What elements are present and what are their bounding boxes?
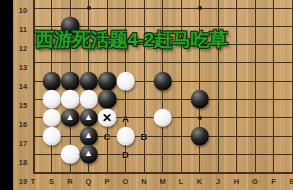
grid-line-v — [125, 90, 126, 108]
black-stone: ▲ — [61, 109, 80, 128]
grid-line-v — [292, 109, 293, 127]
board-cell[interactable] — [227, 145, 246, 163]
black-stone: ▲ — [79, 127, 98, 146]
black-stone — [153, 72, 172, 91]
column-label: M — [156, 177, 170, 186]
board-cell[interactable] — [135, 109, 154, 127]
board-cell[interactable] — [153, 145, 172, 163]
board-cell[interactable] — [227, 0, 246, 17]
puzzle-title: 西游死活题4-2赶马吃草 — [35, 27, 227, 53]
board-cell[interactable] — [116, 127, 135, 145]
board-cell[interactable] — [135, 0, 154, 17]
grid-line-v — [33, 127, 35, 145]
grid-line-v — [51, 54, 52, 72]
grid-line-v — [162, 164, 163, 173]
white-stone — [61, 145, 80, 164]
grid-line-v — [88, 54, 89, 72]
row-label: 12 — [15, 44, 31, 53]
white-stone — [42, 109, 61, 128]
white-stone — [61, 90, 80, 109]
board-cell[interactable]: ▲ — [61, 109, 80, 127]
grid-line-v — [162, 145, 163, 163]
grid-line-v — [292, 145, 293, 163]
board-cell[interactable] — [98, 145, 117, 163]
board-cell[interactable] — [209, 127, 228, 145]
board-cell[interactable] — [172, 109, 191, 127]
black-stone — [98, 90, 117, 109]
board-cell[interactable] — [264, 72, 283, 90]
board-cell[interactable] — [246, 54, 265, 72]
grid-line-v — [33, 54, 35, 72]
grid-line-v — [33, 72, 35, 90]
board-cell[interactable] — [209, 90, 228, 108]
board-cell[interactable] — [209, 109, 228, 127]
black-stone — [79, 72, 98, 91]
board-cell[interactable] — [246, 17, 265, 35]
grid-line-v — [107, 54, 108, 72]
grid-line-v — [107, 164, 108, 173]
board-cell[interactable] — [61, 0, 80, 17]
letterbox-strip — [0, 0, 13, 190]
grid-line-v — [125, 54, 126, 72]
grid-line-v — [144, 0, 145, 17]
board-cell[interactable] — [264, 35, 283, 53]
grid-line-v — [255, 72, 256, 90]
white-stone — [116, 72, 135, 91]
board-cell[interactable] — [264, 54, 283, 72]
video-frame: ▲▲✕A▲CB▲D 10111213141516171819 TSRQPONML… — [0, 0, 293, 190]
grid-line-v — [292, 35, 293, 53]
grid-line-v — [255, 35, 256, 53]
point-label-A: A — [122, 112, 129, 123]
grid-line-v — [273, 90, 274, 108]
column-label: F — [267, 177, 281, 186]
grid-line-v — [273, 72, 274, 90]
board-cell[interactable] — [264, 109, 283, 127]
board-cell[interactable] — [283, 145, 293, 163]
grid-line-v — [292, 164, 293, 173]
grid-line-v — [181, 90, 182, 108]
star-point — [87, 6, 91, 10]
grid-line-v — [70, 0, 71, 17]
board-cell[interactable] — [79, 90, 98, 108]
board-cell[interactable] — [61, 127, 80, 145]
grid-line-v — [218, 109, 219, 127]
board-cell[interactable] — [227, 54, 246, 72]
grid-line-v — [255, 17, 256, 35]
board-cell[interactable] — [209, 72, 228, 90]
board-cell[interactable] — [246, 90, 265, 108]
board-cell[interactable] — [246, 0, 265, 17]
triangle-marker: ▲ — [84, 149, 93, 158]
grid-line-v — [70, 164, 71, 173]
triangle-marker: ▲ — [84, 113, 93, 122]
board-cell[interactable] — [264, 127, 283, 145]
grid-line-v — [255, 109, 256, 127]
board-cell[interactable] — [98, 0, 117, 17]
board-cell[interactable] — [190, 145, 209, 163]
point-label-C: C — [104, 131, 111, 142]
grid-line-v — [292, 72, 293, 90]
column-label: H — [230, 177, 244, 186]
grid-line-v — [144, 54, 145, 72]
grid-line-v — [144, 109, 145, 127]
grid-line-v — [255, 127, 256, 145]
grid-line-v — [162, 90, 163, 108]
grid-line-v — [181, 0, 182, 17]
grid-line-v — [33, 109, 35, 127]
grid-line-v — [51, 0, 52, 17]
board-cell[interactable] — [190, 109, 209, 127]
white-stone — [42, 90, 61, 109]
grid-line-v — [236, 54, 237, 72]
board-cell[interactable]: A — [116, 109, 135, 127]
board-cell[interactable]: ✕ — [98, 109, 117, 127]
grid-line-v — [273, 54, 274, 72]
board-cell[interactable] — [61, 72, 80, 90]
board-cell[interactable] — [227, 35, 246, 53]
grid-line-v — [107, 145, 108, 163]
grid-line-v — [107, 0, 108, 17]
board-cell[interactable] — [135, 145, 154, 163]
grid-line-v — [255, 90, 256, 108]
board-cell[interactable] — [246, 109, 265, 127]
grid-line-v — [144, 72, 145, 90]
row-label: 15 — [15, 101, 31, 110]
board-cell[interactable] — [79, 0, 98, 17]
point-label-D: D — [122, 149, 129, 160]
board-cell[interactable] — [153, 0, 172, 17]
board-cell[interactable] — [42, 0, 61, 17]
white-stone — [79, 90, 98, 109]
board-cell[interactable] — [153, 127, 172, 145]
row-label: 10 — [15, 6, 31, 15]
grid-line-v — [162, 54, 163, 72]
grid-line-v — [218, 145, 219, 163]
board-cell[interactable] — [264, 0, 283, 17]
board-cell[interactable] — [227, 127, 246, 145]
board-cell[interactable] — [98, 54, 117, 72]
column-label: N — [137, 177, 151, 186]
board-cell[interactable] — [116, 54, 135, 72]
board-cell[interactable] — [190, 90, 209, 108]
board-cell[interactable] — [190, 72, 209, 90]
board-cell[interactable] — [246, 145, 265, 163]
grid-line-v — [199, 164, 200, 173]
column-label: S — [45, 177, 59, 186]
grid-line-v — [273, 17, 274, 35]
grid-line-v — [199, 145, 200, 163]
column-label: P — [100, 177, 114, 186]
board-cell[interactable] — [283, 109, 293, 127]
board-cell[interactable] — [190, 54, 209, 72]
star-point — [198, 116, 202, 120]
board-cell[interactable] — [264, 90, 283, 108]
grid-line-v — [236, 72, 237, 90]
board-cell[interactable] — [209, 145, 228, 163]
board-cell[interactable] — [79, 72, 98, 90]
grid-line-v — [218, 164, 219, 173]
grid-line-v — [144, 145, 145, 163]
board-cell[interactable] — [116, 0, 135, 17]
board-cell[interactable]: ▲ — [79, 127, 98, 145]
grid-line-v — [273, 145, 274, 163]
black-stone — [98, 72, 117, 91]
grid-line-v — [70, 127, 71, 145]
grid-line-v — [125, 164, 126, 173]
grid-line-v — [292, 127, 293, 145]
board-cell[interactable] — [61, 54, 80, 72]
grid-line-v — [70, 54, 71, 72]
board-cell[interactable] — [209, 0, 228, 17]
grid-line-v — [144, 90, 145, 108]
grid-line-v — [218, 72, 219, 90]
board-cell[interactable] — [172, 127, 191, 145]
board-cell[interactable] — [153, 54, 172, 72]
board-cell[interactable] — [283, 127, 293, 145]
grid-line-v — [236, 0, 237, 17]
board-cell[interactable]: ▲ — [79, 109, 98, 127]
board-cell[interactable]: D — [116, 145, 135, 163]
board-cell[interactable]: C — [98, 127, 117, 145]
grid-line-v — [33, 164, 35, 173]
grid-line-v — [273, 0, 274, 17]
grid-line-v — [273, 109, 274, 127]
board-cell[interactable] — [227, 90, 246, 108]
grid-line-v — [255, 54, 256, 72]
board-cell[interactable] — [172, 90, 191, 108]
column-label: E — [285, 177, 293, 186]
board-cell[interactable] — [42, 145, 61, 163]
row-label: 14 — [15, 82, 31, 91]
column-label: G — [248, 177, 262, 186]
black-stone: ▲ — [79, 145, 98, 164]
point-label-B: B — [141, 131, 148, 142]
column-label: J — [211, 177, 225, 186]
board-cell[interactable] — [283, 35, 293, 53]
board-cell[interactable] — [246, 127, 265, 145]
star-point — [198, 6, 202, 10]
grid-line-v — [144, 164, 145, 173]
grid-line-v — [255, 145, 256, 163]
board-cell[interactable] — [190, 0, 209, 17]
grid-line-v — [181, 145, 182, 163]
board-cell[interactable] — [283, 72, 293, 90]
grid-line-v — [218, 127, 219, 145]
grid-line-v — [292, 0, 293, 17]
board-cell[interactable] — [79, 54, 98, 72]
board-cell[interactable] — [135, 90, 154, 108]
white-stone — [153, 109, 172, 128]
grid-line-v — [51, 145, 52, 163]
board-cell[interactable] — [42, 72, 61, 90]
grid-line-v — [51, 164, 52, 173]
board-cell[interactable] — [42, 109, 61, 127]
black-stone — [42, 72, 61, 91]
column-label: O — [119, 177, 133, 186]
board-cell[interactable] — [153, 109, 172, 127]
grid-line-v — [236, 127, 237, 145]
column-label: T — [26, 177, 40, 186]
board-cell[interactable] — [116, 90, 135, 108]
board-cell[interactable] — [264, 17, 283, 35]
board-cell[interactable] — [209, 54, 228, 72]
triangle-marker: ▲ — [66, 113, 75, 122]
board-cell[interactable] — [283, 17, 293, 35]
grid-line-v — [181, 72, 182, 90]
grid-line-v — [236, 17, 237, 35]
board-cell[interactable] — [135, 54, 154, 72]
board-cell[interactable] — [61, 90, 80, 108]
grid-line-v — [162, 0, 163, 17]
grid-line-v — [218, 0, 219, 17]
board-cell[interactable] — [153, 72, 172, 90]
white-stone — [116, 127, 135, 146]
grid-line-v — [236, 164, 237, 173]
grid-line-v — [236, 145, 237, 163]
board-cell[interactable] — [172, 145, 191, 163]
board-cell[interactable] — [246, 72, 265, 90]
board-cell[interactable]: B — [135, 127, 154, 145]
grid-line-v — [181, 54, 182, 72]
grid-line-v — [88, 164, 89, 173]
grid-line-v — [33, 145, 35, 163]
board-cell[interactable] — [246, 35, 265, 53]
grid-line-v — [236, 90, 237, 108]
row-label: 16 — [15, 120, 31, 129]
board-cell[interactable] — [227, 17, 246, 35]
grid-line-v — [33, 90, 35, 108]
grid-line-v — [181, 109, 182, 127]
grid-line-v — [292, 90, 293, 108]
grid-line-v — [181, 127, 182, 145]
grid-line-v — [255, 164, 256, 173]
board-cell[interactable] — [283, 90, 293, 108]
board-cell[interactable] — [98, 72, 117, 90]
grid-line-v — [162, 127, 163, 145]
row-label: 17 — [15, 139, 31, 148]
board-cell[interactable] — [227, 109, 246, 127]
board-cell[interactable] — [116, 72, 135, 90]
black-stone — [190, 127, 209, 146]
grid-line-v — [273, 164, 274, 173]
board-cell[interactable] — [227, 72, 246, 90]
board-cell[interactable] — [172, 54, 191, 72]
triangle-marker: ▲ — [84, 131, 93, 140]
board-cell[interactable]: ▲ — [79, 145, 98, 163]
grid-line-v — [125, 0, 126, 17]
row-label: 11 — [15, 25, 31, 34]
board-cell[interactable] — [190, 127, 209, 145]
board-cell[interactable] — [42, 54, 61, 72]
board-cell[interactable] — [283, 54, 293, 72]
grid-line-v — [236, 109, 237, 127]
white-stone — [42, 127, 61, 146]
board-cell[interactable] — [42, 127, 61, 145]
grid-line-v — [273, 127, 274, 145]
board-cell[interactable] — [42, 90, 61, 108]
grid-line-v — [273, 35, 274, 53]
grid-line-v — [218, 54, 219, 72]
row-label: 18 — [15, 158, 31, 167]
board-cell[interactable] — [172, 72, 191, 90]
grid-line-v — [255, 0, 256, 17]
board-cell[interactable] — [98, 90, 117, 108]
black-stone — [190, 90, 209, 109]
column-label: Q — [82, 177, 96, 186]
board-cell[interactable] — [153, 90, 172, 108]
board-cell[interactable] — [135, 72, 154, 90]
grid-line-v — [199, 72, 200, 90]
column-label: R — [63, 177, 77, 186]
board-cell[interactable] — [172, 0, 191, 17]
grid-line-v — [199, 54, 200, 72]
grid-line-v — [292, 17, 293, 35]
row-label: 13 — [15, 63, 31, 72]
board-cell[interactable] — [61, 145, 80, 163]
x-marker: ✕ — [102, 112, 112, 124]
grid-line-v — [33, 0, 35, 17]
board-cell[interactable] — [264, 145, 283, 163]
grid-line-v — [292, 54, 293, 72]
column-label: L — [174, 177, 188, 186]
grid-line-v — [218, 90, 219, 108]
black-stone: ▲ — [79, 109, 98, 128]
grid-line-v — [236, 35, 237, 53]
grid-line-v — [181, 164, 182, 173]
board-cell[interactable] — [283, 0, 293, 17]
column-label: K — [193, 177, 207, 186]
black-stone — [61, 72, 80, 91]
white-stone: ✕ — [98, 109, 117, 128]
